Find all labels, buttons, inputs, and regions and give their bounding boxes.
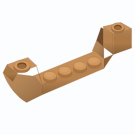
stud-sheen [74,62,83,67]
stud-sheen [44,72,53,77]
center-stud-3 [73,62,87,73]
center-stud-4 [87,57,101,68]
center-stud-2 [58,66,72,77]
product-image-canvas: LEGO inverted double slope brick 6 x 1 w… [0,0,135,135]
center-stud-1 [43,71,57,82]
left-end [3,57,42,102]
right-end-hollow-stud [111,23,124,33]
lego-piece-illustration: LEGO inverted double slope brick 6 x 1 w… [0,0,135,135]
stud-sheen [89,57,98,62]
stud-hole-floor [115,26,121,30]
stud-sheen [59,67,68,72]
left-end-hollow-stud [14,60,31,73]
stud-hole-floor [18,64,26,69]
right-underside-wedge [104,54,113,68]
